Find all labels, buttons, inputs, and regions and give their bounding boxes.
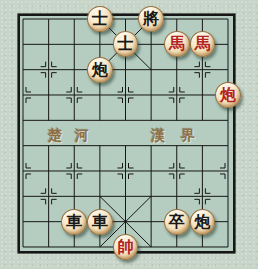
piece-black-advisor-2[interactable]: 士 [113,31,139,57]
point-7-5[interactable] [190,133,216,158]
point-7-0[interactable] [190,6,216,31]
piece-black-cannon-2[interactable]: 炮 [190,209,216,235]
point-1-3[interactable] [36,82,62,107]
piece-red-horse-1[interactable]: 馬 [164,31,190,57]
point-2-7[interactable] [61,184,87,209]
point-4-3[interactable] [113,82,139,107]
piece-red-general[interactable]: 帥 [113,234,139,260]
point-3-2[interactable]: 炮 [87,57,113,82]
point-3-3[interactable] [87,82,113,107]
point-1-9[interactable] [36,234,62,259]
point-4-2[interactable] [113,57,139,82]
point-2-4[interactable] [61,108,87,133]
point-4-0[interactable] [113,6,139,31]
point-5-8[interactable] [138,209,164,234]
point-8-0[interactable] [215,6,241,31]
point-3-7[interactable] [87,184,113,209]
point-7-8[interactable]: 炮 [190,209,216,234]
point-3-4[interactable] [87,108,113,133]
point-5-9[interactable] [138,234,164,259]
point-4-5[interactable] [113,133,139,158]
point-6-5[interactable] [164,133,190,158]
point-3-8[interactable]: 車 [87,209,113,234]
point-4-7[interactable] [113,184,139,209]
point-0-3[interactable] [10,82,36,107]
piece-red-cannon-1[interactable]: 炮 [215,82,241,108]
piece-red-horse-2[interactable]: 馬 [190,31,216,57]
point-5-4[interactable] [138,108,164,133]
point-0-4[interactable] [10,108,36,133]
point-4-4[interactable] [113,108,139,133]
point-5-5[interactable] [138,133,164,158]
point-0-5[interactable] [10,133,36,158]
point-7-6[interactable] [190,158,216,183]
piece-black-chariot-2[interactable]: 車 [87,209,113,235]
point-5-3[interactable] [138,82,164,107]
piece-black-cannon-1[interactable]: 炮 [87,57,113,83]
point-8-9[interactable] [215,234,241,259]
point-6-6[interactable] [164,158,190,183]
board-grid: 士將士馬馬炮炮車車卒炮帥 [10,6,241,259]
point-5-0[interactable]: 將 [138,6,164,31]
point-1-5[interactable] [36,133,62,158]
point-8-5[interactable] [215,133,241,158]
point-0-1[interactable] [10,32,36,57]
piece-black-general[interactable]: 將 [138,6,164,32]
point-8-2[interactable] [215,57,241,82]
point-1-7[interactable] [36,184,62,209]
point-6-8[interactable]: 卒 [164,209,190,234]
point-1-1[interactable] [36,32,62,57]
point-6-2[interactable] [164,57,190,82]
point-0-2[interactable] [10,57,36,82]
point-6-9[interactable] [164,234,190,259]
point-1-6[interactable] [36,158,62,183]
point-8-3[interactable]: 炮 [215,82,241,107]
point-6-1[interactable]: 馬 [164,32,190,57]
point-2-3[interactable] [61,82,87,107]
point-3-9[interactable] [87,234,113,259]
point-6-4[interactable] [164,108,190,133]
point-7-3[interactable] [190,82,216,107]
point-5-7[interactable] [138,184,164,209]
point-1-0[interactable] [36,6,62,31]
point-7-2[interactable] [190,57,216,82]
point-0-6[interactable] [10,158,36,183]
point-7-9[interactable] [190,234,216,259]
xiangqi-board: 楚河 漢界 士將士馬馬炮炮車車卒炮帥 [0,0,258,269]
point-2-8[interactable]: 車 [61,209,87,234]
point-3-6[interactable] [87,158,113,183]
point-7-7[interactable] [190,184,216,209]
point-5-6[interactable] [138,158,164,183]
point-8-7[interactable] [215,184,241,209]
point-0-7[interactable] [10,184,36,209]
point-0-8[interactable] [10,209,36,234]
point-5-2[interactable] [138,57,164,82]
point-4-8[interactable] [113,209,139,234]
point-3-5[interactable] [87,133,113,158]
point-7-4[interactable] [190,108,216,133]
point-1-4[interactable] [36,108,62,133]
point-2-0[interactable] [61,6,87,31]
point-2-1[interactable] [61,32,87,57]
point-8-8[interactable] [215,209,241,234]
point-0-0[interactable] [10,6,36,31]
point-3-1[interactable] [87,32,113,57]
point-2-5[interactable] [61,133,87,158]
point-4-9[interactable]: 帥 [113,234,139,259]
piece-black-chariot-1[interactable]: 車 [61,209,87,235]
point-1-8[interactable] [36,209,62,234]
point-8-6[interactable] [215,158,241,183]
piece-black-soldier-1[interactable]: 卒 [164,209,190,235]
piece-black-advisor-1[interactable]: 士 [87,6,113,32]
point-7-1[interactable]: 馬 [190,32,216,57]
point-8-1[interactable] [215,32,241,57]
point-4-1[interactable]: 士 [113,32,139,57]
point-2-9[interactable] [61,234,87,259]
point-8-4[interactable] [215,108,241,133]
point-6-7[interactable] [164,184,190,209]
point-4-6[interactable] [113,158,139,183]
point-2-2[interactable] [61,57,87,82]
point-6-3[interactable] [164,82,190,107]
point-1-2[interactable] [36,57,62,82]
xiangqi-app: 楚河 漢界 士將士馬馬炮炮車車卒炮帥 [0,0,258,269]
point-6-0[interactable] [164,6,190,31]
point-0-9[interactable] [10,234,36,259]
point-3-0[interactable]: 士 [87,6,113,31]
point-5-1[interactable] [138,32,164,57]
point-2-6[interactable] [61,158,87,183]
